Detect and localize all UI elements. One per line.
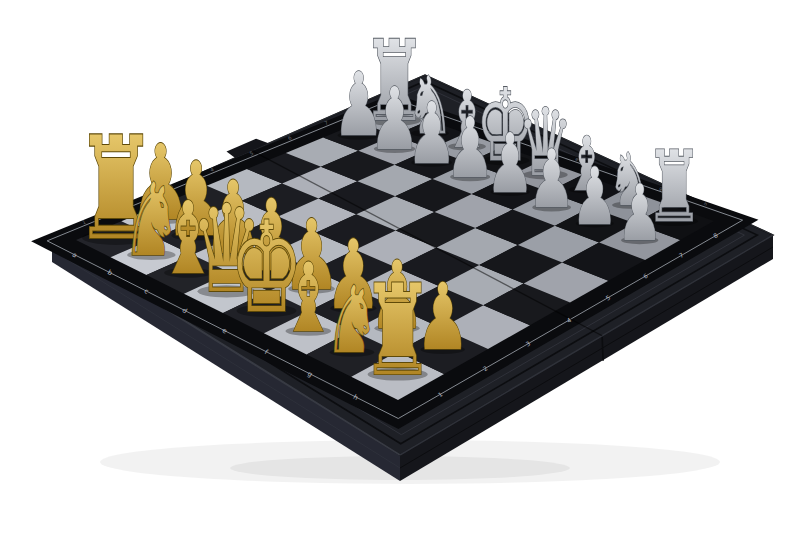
chessboard-scene: aabbccddeeffgghh1122334455667788♜♞♟♝♟♚♟♛… [0, 0, 800, 533]
chess-set-photo: aabbccddeeffgghh1122334455667788♜♞♟♝♟♚♟♛… [0, 0, 800, 533]
piece-silver-pawn-g7[interactable]: ♟ [571, 150, 618, 242]
piece-gold-rook-h1[interactable]: ♜ [361, 257, 435, 403]
piece-silver-pawn-e7[interactable]: ♟ [486, 115, 535, 211]
piece-silver-pawn-f7[interactable]: ♟ [528, 133, 576, 226]
hinge-seam-side [602, 336, 603, 361]
piece-silver-pawn-h7[interactable]: ♟ [617, 168, 663, 259]
